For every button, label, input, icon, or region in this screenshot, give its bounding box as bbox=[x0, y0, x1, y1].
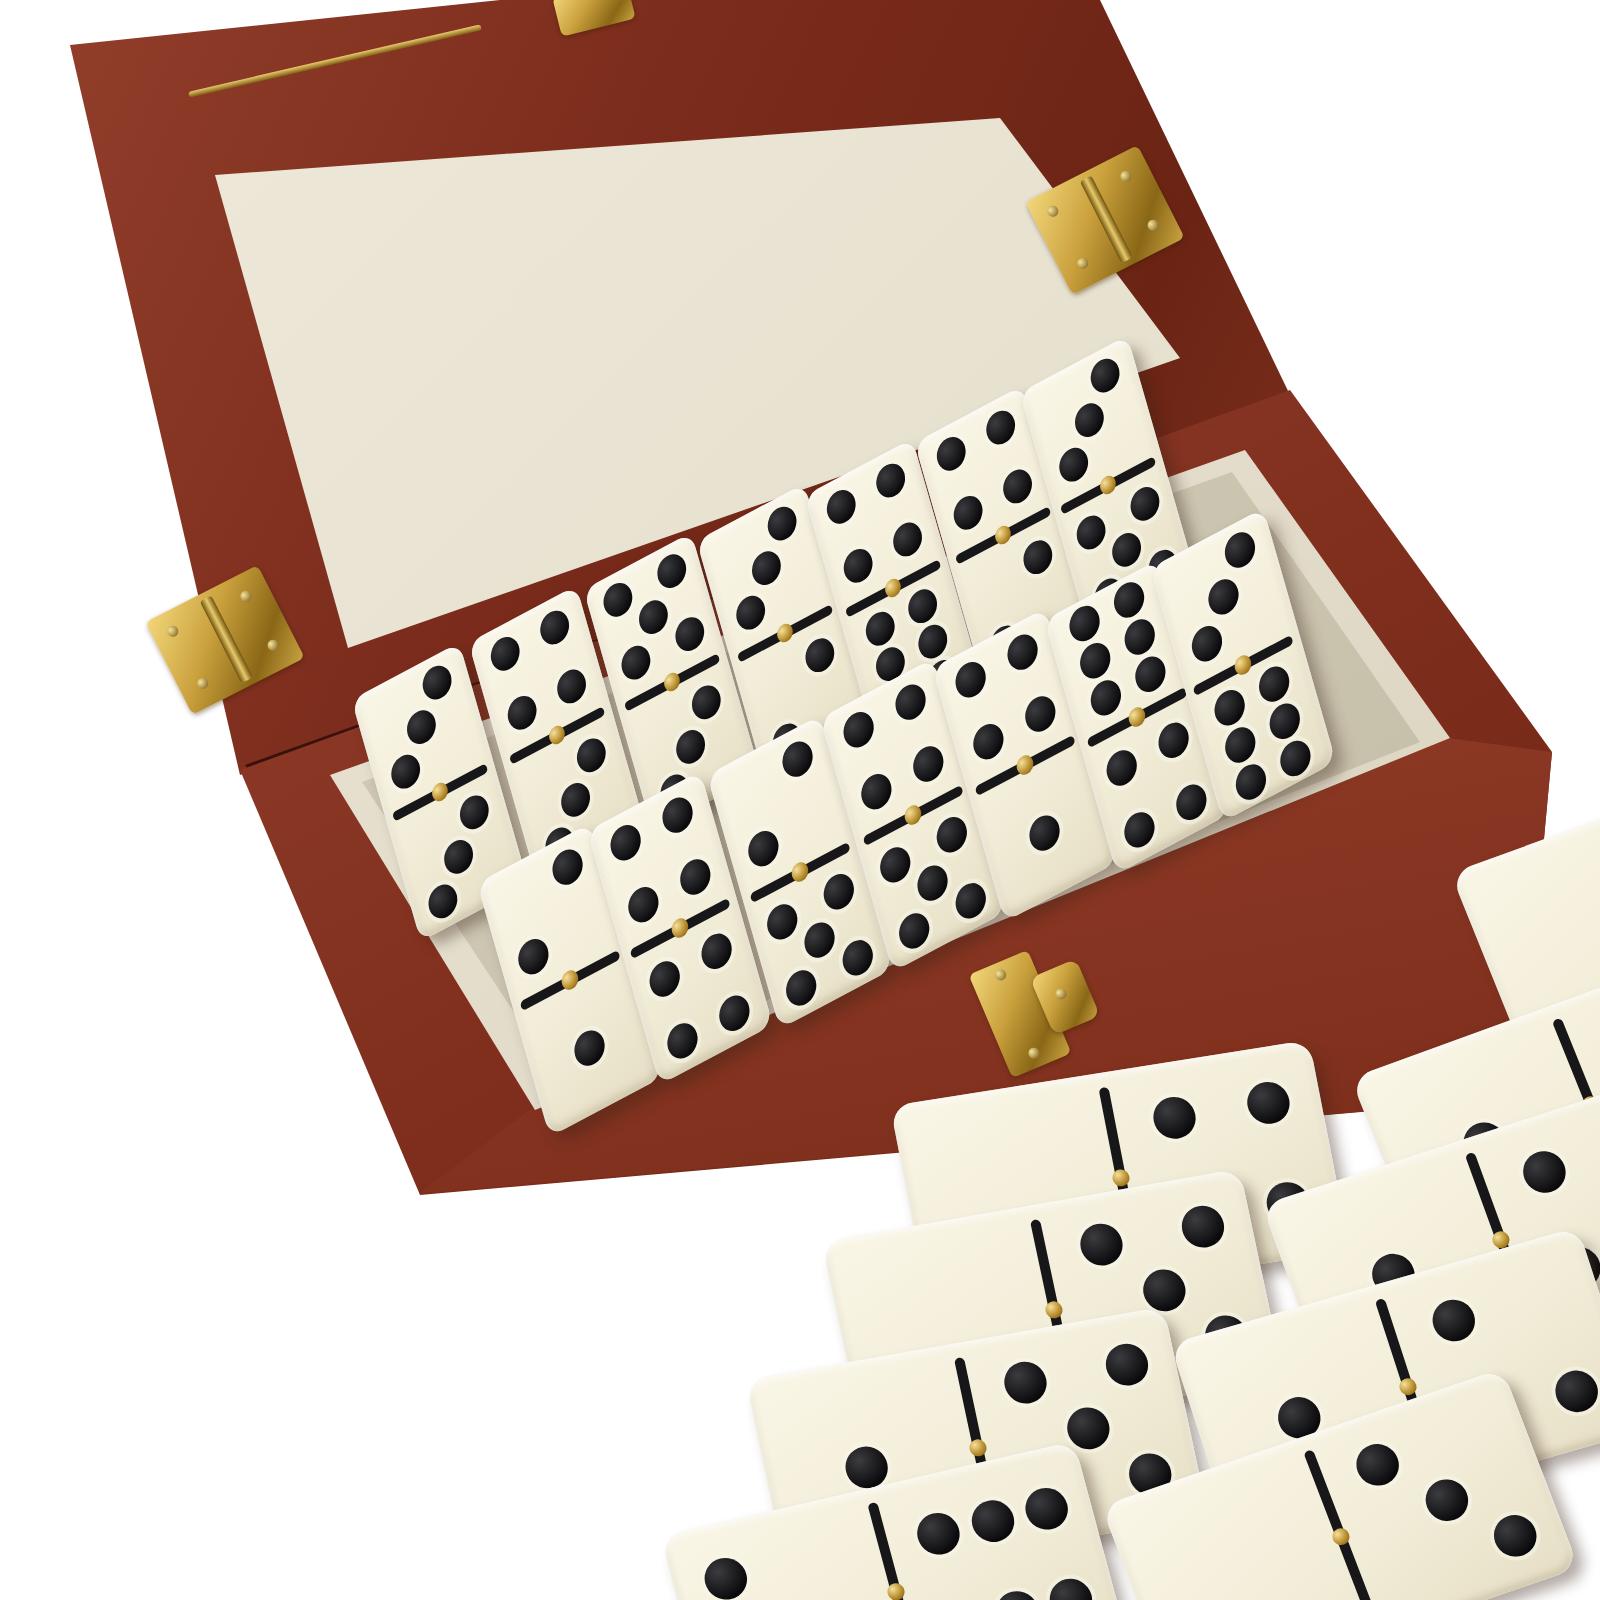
domino-front-4-pip bbox=[876, 842, 914, 889]
domino-front-6-pip bbox=[1155, 717, 1193, 764]
domino-front-4-pip bbox=[840, 707, 878, 754]
domino-back-5-pip bbox=[905, 583, 941, 628]
domino-front-4-pip bbox=[914, 859, 952, 906]
domino-back-6-pip bbox=[999, 464, 1035, 509]
domino-back-7-pip bbox=[1056, 442, 1092, 487]
domino-edge-5-pip bbox=[1419, 1474, 1474, 1527]
domino-back-6-pip bbox=[933, 432, 969, 477]
domino-back-3-pip bbox=[671, 612, 707, 657]
domino-back-3-pip bbox=[635, 595, 671, 640]
domino-front-6-pip bbox=[1172, 778, 1210, 825]
domino-front-7-pip bbox=[1205, 573, 1243, 620]
domino-front-6-pip bbox=[1065, 600, 1103, 647]
domino-back-7-pip bbox=[1073, 510, 1109, 555]
domino-back-6-pip bbox=[1020, 535, 1056, 580]
domino-loose-1-pip bbox=[1149, 1094, 1199, 1142]
domino-back-3-pip bbox=[653, 549, 689, 594]
domino-front-7-pip bbox=[1232, 759, 1270, 806]
domino-back-6-pip bbox=[950, 490, 986, 535]
domino-back-7-pip bbox=[1109, 527, 1145, 572]
domino-back-1-pip bbox=[425, 879, 461, 924]
domino-back-4-pip bbox=[733, 590, 769, 635]
domino-front-2-pip bbox=[624, 881, 662, 928]
domino-loose-2-pip bbox=[1178, 1203, 1228, 1251]
domino-back-2-pip bbox=[573, 733, 609, 778]
domino-front-5-pip bbox=[969, 718, 1007, 765]
domino-back-1-pip bbox=[403, 705, 439, 750]
domino-front-3-pip bbox=[763, 899, 801, 946]
domino-back-7-pip bbox=[1087, 353, 1123, 398]
hinge-knuckle bbox=[1080, 176, 1133, 263]
domino-front-1-pip bbox=[514, 933, 552, 980]
hinge-knuckle bbox=[200, 596, 253, 683]
domino-front-2-pip bbox=[676, 853, 714, 900]
domino-front-6-pip bbox=[1103, 745, 1141, 792]
domino-loose-1-spinner-pin bbox=[1111, 1168, 1131, 1187]
domino-back-3-pip bbox=[599, 578, 635, 623]
domino-front-2-pip bbox=[663, 1017, 701, 1064]
domino-back-3-pip bbox=[673, 724, 709, 769]
domino-back-4-pip bbox=[802, 633, 838, 678]
domino-front-4-pip bbox=[951, 877, 989, 924]
domino-front-7-pip bbox=[1266, 697, 1304, 744]
domino-edge-4-pip bbox=[1550, 1366, 1600, 1418]
domino-front-3-pip bbox=[819, 868, 857, 915]
domino-back-3-pip bbox=[688, 680, 724, 725]
domino-back-2-pip bbox=[537, 605, 573, 650]
domino-loose-4-pip bbox=[912, 1509, 964, 1559]
domino-front-6-pip bbox=[1110, 576, 1148, 623]
domino-front-6-pip bbox=[1121, 613, 1159, 660]
domino-loose-3-pip bbox=[1102, 1341, 1152, 1389]
domino-back-1-pip bbox=[388, 749, 424, 794]
domino-back-5-pip bbox=[862, 606, 898, 651]
domino-loose-4-pip bbox=[700, 1553, 752, 1600]
domino-front-3-pip bbox=[782, 964, 820, 1011]
domino-loose-2-spinner-pin bbox=[1044, 1300, 1064, 1320]
domino-back-7-pip bbox=[1126, 482, 1162, 527]
domino-loose-4-pip bbox=[967, 1496, 1019, 1546]
domino-front-7-pip bbox=[1221, 721, 1259, 768]
domino-back-3-pip bbox=[617, 640, 653, 685]
domino-front-2-pip bbox=[646, 956, 684, 1003]
domino-front-4-pip bbox=[932, 811, 970, 858]
domino-back-6-pip bbox=[983, 405, 1019, 450]
domino-front-6-pip bbox=[1132, 651, 1170, 698]
domino-front-2-pip bbox=[715, 989, 753, 1036]
domino-front-7-pip bbox=[1210, 684, 1248, 731]
domino-front-6-pip bbox=[1087, 675, 1125, 722]
domino-front-5-pip bbox=[952, 657, 990, 704]
domino-back-2-pip bbox=[487, 632, 523, 677]
domino-back-5-pip bbox=[823, 485, 859, 530]
domino-back-5-pip bbox=[889, 517, 925, 562]
domino-front-4-pip bbox=[895, 907, 933, 954]
domino-front-3-pip bbox=[779, 736, 817, 783]
domino-front-5-pip bbox=[1026, 809, 1064, 856]
domino-front-1-pip bbox=[571, 1024, 609, 1071]
domino-loose-1-pip bbox=[1244, 1079, 1294, 1127]
domino-back-2-pip bbox=[553, 664, 589, 709]
domino-back-1-pip bbox=[419, 660, 455, 705]
domino-front-1-pip bbox=[549, 844, 587, 891]
domino-front-2-pip bbox=[659, 792, 697, 839]
domino-edge-3-pip bbox=[1517, 1145, 1571, 1197]
domino-back-1-pip bbox=[456, 790, 492, 835]
domino-back-5-pip bbox=[840, 543, 876, 588]
domino-loose-3-spinner-pin bbox=[968, 1438, 988, 1458]
domino-front-7-pip bbox=[1277, 735, 1315, 782]
domino-front-4-pip bbox=[892, 679, 930, 726]
domino-front-4-pip bbox=[857, 768, 895, 815]
domino-loose-4-pip bbox=[1045, 1575, 1097, 1600]
domino-front-3-pip bbox=[838, 934, 876, 981]
domino-loose-3-pip bbox=[1000, 1359, 1050, 1407]
domino-front-3-pip bbox=[801, 916, 839, 963]
domino-case-scene bbox=[0, 0, 1600, 1600]
domino-front-4-pip bbox=[909, 740, 947, 787]
domino-front-7-pip bbox=[1255, 660, 1293, 707]
domino-back-4-pip bbox=[764, 501, 800, 546]
domino-edge-5-pip bbox=[1488, 1509, 1543, 1562]
domino-loose-4-pip bbox=[1021, 1484, 1073, 1534]
domino-front-2-pip bbox=[698, 928, 736, 975]
domino-edge-5-pip bbox=[1350, 1439, 1405, 1492]
domino-front-7-pip bbox=[1221, 526, 1259, 573]
domino-back-2-pip bbox=[558, 777, 594, 822]
domino-front-6-pip bbox=[1076, 637, 1114, 684]
domino-loose-4-pip bbox=[991, 1587, 1043, 1600]
domino-front-2-pip bbox=[607, 820, 645, 867]
domino-front-5-pip bbox=[1021, 690, 1059, 737]
domino-back-1-pip bbox=[441, 834, 477, 879]
domino-back-4-pip bbox=[748, 546, 784, 591]
domino-loose-2-pip bbox=[1076, 1221, 1126, 1269]
domino-back-5-pip bbox=[873, 458, 909, 503]
domino-front-5-pip bbox=[1004, 629, 1042, 676]
domino-front-3-pip bbox=[744, 825, 782, 872]
domino-back-2-pip bbox=[504, 690, 540, 735]
domino-front-6-pip bbox=[1120, 806, 1158, 853]
domino-back-7-pip bbox=[1071, 398, 1107, 443]
domino-front-7-pip bbox=[1188, 620, 1226, 667]
domino-edge-4-pip bbox=[1427, 1295, 1480, 1347]
